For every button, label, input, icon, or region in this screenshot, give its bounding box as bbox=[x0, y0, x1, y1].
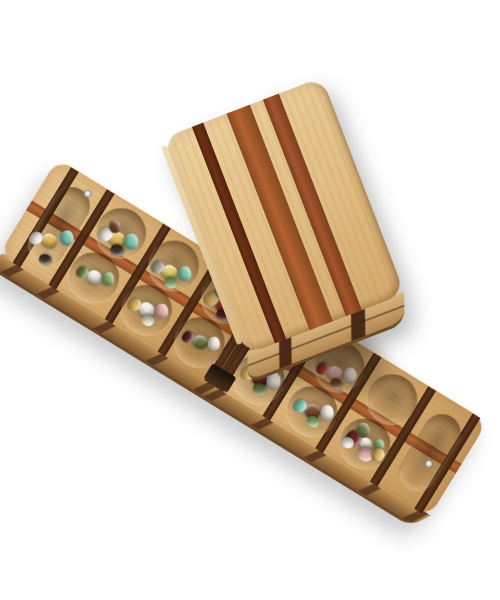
gem-stone-brown bbox=[108, 218, 121, 233]
gem-stone-black bbox=[37, 252, 53, 267]
gem-stone-olive bbox=[355, 421, 371, 438]
gem-stone-green bbox=[102, 271, 114, 285]
product-photo-stage bbox=[0, 0, 500, 600]
gem-stone-amber bbox=[39, 231, 60, 251]
gem-stone-white bbox=[320, 405, 333, 420]
gem-stone-teal bbox=[178, 266, 191, 281]
gem-stone-teal bbox=[60, 230, 73, 245]
gem-stone-teal bbox=[124, 233, 138, 249]
gem-stone-white bbox=[208, 336, 220, 350]
gem-stone-pink bbox=[155, 303, 168, 318]
